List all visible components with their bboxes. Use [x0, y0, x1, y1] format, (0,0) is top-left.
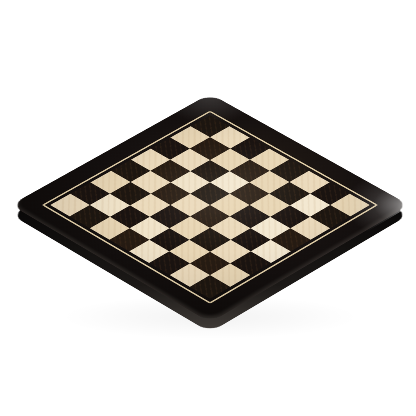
product-photo [0, 0, 416, 416]
board-square [310, 205, 350, 228]
board-square [110, 205, 150, 228]
board-square [149, 251, 190, 275]
board-square [190, 228, 230, 251]
board-square [270, 205, 310, 228]
board-square [89, 216, 129, 239]
board-square [170, 240, 210, 263]
board-square [230, 251, 271, 275]
board-square [230, 228, 270, 251]
board-square [210, 216, 250, 239]
board-square [210, 240, 250, 263]
board-square [150, 205, 190, 228]
board-square [270, 228, 310, 251]
chess-board [11, 94, 410, 323]
board-square [109, 228, 149, 251]
board-square [210, 263, 251, 287]
board-playing-field [50, 115, 370, 298]
board-square [230, 205, 270, 228]
board-frame [11, 94, 410, 323]
board-square [250, 216, 290, 239]
board-square [150, 228, 190, 251]
board-square [130, 216, 170, 239]
board-square [170, 216, 210, 239]
board-square [169, 263, 210, 287]
board-square [129, 240, 169, 263]
board-square [190, 275, 231, 299]
board-square [190, 251, 231, 275]
board-square [190, 205, 230, 228]
board-square [250, 240, 290, 263]
board-square [70, 205, 110, 228]
board-square [290, 216, 330, 239]
